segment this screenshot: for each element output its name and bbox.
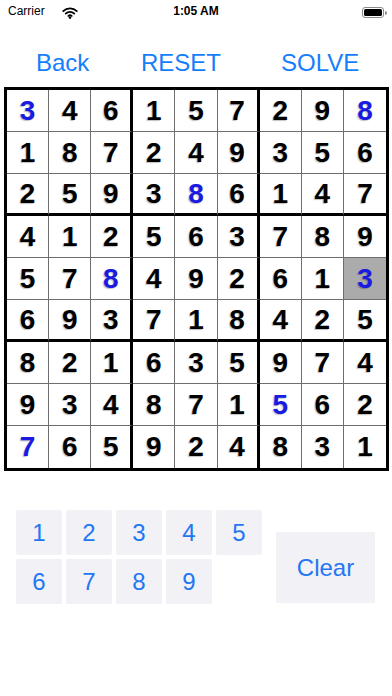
cell-r3c4[interactable]: 3 xyxy=(133,174,175,216)
cell-r4c4[interactable]: 5 xyxy=(133,216,175,258)
cell-r9c1[interactable]: 7 xyxy=(7,426,49,468)
keypad-button-5[interactable]: 5 xyxy=(216,510,262,555)
cell-r1c2[interactable]: 4 xyxy=(49,90,91,132)
keypad-button-9[interactable]: 9 xyxy=(166,559,212,604)
cell-r2c2[interactable]: 8 xyxy=(49,132,91,174)
cell-r3c6[interactable]: 6 xyxy=(218,174,260,216)
keypad-button-4[interactable]: 4 xyxy=(166,510,212,555)
cell-r7c5[interactable]: 3 xyxy=(175,342,217,384)
cell-r9c7[interactable]: 8 xyxy=(260,426,302,468)
cell-r1c4[interactable]: 1 xyxy=(133,90,175,132)
cell-r9c5[interactable]: 2 xyxy=(175,426,217,468)
keypad-button-6[interactable]: 6 xyxy=(16,559,62,604)
keypad-button-7[interactable]: 7 xyxy=(66,559,112,604)
cell-r7c1[interactable]: 8 xyxy=(7,342,49,384)
keypad-button-8[interactable]: 8 xyxy=(116,559,162,604)
cell-r6c5[interactable]: 1 xyxy=(175,300,217,342)
cell-r9c4[interactable]: 9 xyxy=(133,426,175,468)
cell-r1c6[interactable]: 7 xyxy=(218,90,260,132)
cell-r8c8[interactable]: 6 xyxy=(302,384,344,426)
cell-r2c1[interactable]: 1 xyxy=(7,132,49,174)
cell-r4c1[interactable]: 4 xyxy=(7,216,49,258)
cell-r5c1[interactable]: 5 xyxy=(7,258,49,300)
cell-r2c9[interactable]: 6 xyxy=(344,132,386,174)
cell-r5c4[interactable]: 4 xyxy=(133,258,175,300)
cell-r9c2[interactable]: 6 xyxy=(49,426,91,468)
cell-r1c1[interactable]: 3 xyxy=(7,90,49,132)
back-button[interactable]: Back xyxy=(36,50,89,76)
cell-r8c9[interactable]: 2 xyxy=(344,384,386,426)
cell-r2c4[interactable]: 2 xyxy=(133,132,175,174)
cell-r3c8[interactable]: 4 xyxy=(302,174,344,216)
cell-r6c7[interactable]: 4 xyxy=(260,300,302,342)
keypad-row-2: 6789 xyxy=(16,559,212,604)
solve-button[interactable]: SOLVE xyxy=(281,50,359,76)
cell-r8c3[interactable]: 4 xyxy=(91,384,133,426)
cell-r8c1[interactable]: 9 xyxy=(7,384,49,426)
cell-r2c6[interactable]: 9 xyxy=(218,132,260,174)
cell-r3c5[interactable]: 8 xyxy=(175,174,217,216)
cell-r7c3[interactable]: 1 xyxy=(91,342,133,384)
keypad-button-2[interactable]: 2 xyxy=(66,510,112,555)
cell-r5c7[interactable]: 6 xyxy=(260,258,302,300)
cell-r6c9[interactable]: 5 xyxy=(344,300,386,342)
cell-r7c8[interactable]: 7 xyxy=(302,342,344,384)
cell-r6c6[interactable]: 8 xyxy=(218,300,260,342)
keypad-row-1: 12345 xyxy=(16,510,262,555)
cell-r9c9[interactable]: 1 xyxy=(344,426,386,468)
cell-r9c8[interactable]: 3 xyxy=(302,426,344,468)
cell-r6c2[interactable]: 9 xyxy=(49,300,91,342)
cell-r4c2[interactable]: 1 xyxy=(49,216,91,258)
cell-r8c6[interactable]: 1 xyxy=(218,384,260,426)
cell-r1c8[interactable]: 9 xyxy=(302,90,344,132)
battery-icon xyxy=(362,7,384,18)
cell-r4c6[interactable]: 3 xyxy=(218,216,260,258)
keypad-button-3[interactable]: 3 xyxy=(116,510,162,555)
cell-r3c2[interactable]: 5 xyxy=(49,174,91,216)
cell-r4c3[interactable]: 2 xyxy=(91,216,133,258)
cell-r7c6[interactable]: 5 xyxy=(218,342,260,384)
cell-r4c8[interactable]: 8 xyxy=(302,216,344,258)
cell-r4c9[interactable]: 9 xyxy=(344,216,386,258)
cell-r6c1[interactable]: 6 xyxy=(7,300,49,342)
cell-r1c9[interactable]: 8 xyxy=(344,90,386,132)
status-bar: Carrier 1:05 AM xyxy=(0,0,392,22)
cell-r2c7[interactable]: 3 xyxy=(260,132,302,174)
cell-r7c7[interactable]: 9 xyxy=(260,342,302,384)
cell-r6c4[interactable]: 7 xyxy=(133,300,175,342)
cell-r8c5[interactable]: 7 xyxy=(175,384,217,426)
cell-r8c7[interactable]: 5 xyxy=(260,384,302,426)
cell-r5c5[interactable]: 9 xyxy=(175,258,217,300)
cell-r5c3[interactable]: 8 xyxy=(91,258,133,300)
cell-r9c6[interactable]: 4 xyxy=(218,426,260,468)
clock: 1:05 AM xyxy=(0,4,392,18)
cell-r2c8[interactable]: 5 xyxy=(302,132,344,174)
cell-r1c3[interactable]: 6 xyxy=(91,90,133,132)
cell-r7c9[interactable]: 4 xyxy=(344,342,386,384)
clear-button[interactable]: Clear xyxy=(276,532,375,603)
cell-r7c2[interactable]: 2 xyxy=(49,342,91,384)
cell-r2c5[interactable]: 4 xyxy=(175,132,217,174)
cell-r8c2[interactable]: 3 xyxy=(49,384,91,426)
cell-r6c3[interactable]: 3 xyxy=(91,300,133,342)
reset-button[interactable]: RESET xyxy=(141,50,221,76)
cell-r5c8[interactable]: 1 xyxy=(302,258,344,300)
sudoku-board: 3461572981872493562593861474125637895784… xyxy=(4,87,389,471)
cell-r6c8[interactable]: 2 xyxy=(302,300,344,342)
cell-r3c7[interactable]: 1 xyxy=(260,174,302,216)
cell-r8c4[interactable]: 8 xyxy=(133,384,175,426)
keypad-button-1[interactable]: 1 xyxy=(16,510,62,555)
cell-r3c3[interactable]: 9 xyxy=(91,174,133,216)
cell-r5c2[interactable]: 7 xyxy=(49,258,91,300)
cell-r5c9[interactable]: 3 xyxy=(344,258,386,300)
cell-r4c7[interactable]: 7 xyxy=(260,216,302,258)
cell-r7c4[interactable]: 6 xyxy=(133,342,175,384)
cell-r3c1[interactable]: 2 xyxy=(7,174,49,216)
cell-r4c5[interactable]: 6 xyxy=(175,216,217,258)
cell-r9c3[interactable]: 5 xyxy=(91,426,133,468)
cell-r1c5[interactable]: 5 xyxy=(175,90,217,132)
cell-r5c6[interactable]: 2 xyxy=(218,258,260,300)
cell-r3c9[interactable]: 7 xyxy=(344,174,386,216)
cell-r1c7[interactable]: 2 xyxy=(260,90,302,132)
cell-r2c3[interactable]: 7 xyxy=(91,132,133,174)
